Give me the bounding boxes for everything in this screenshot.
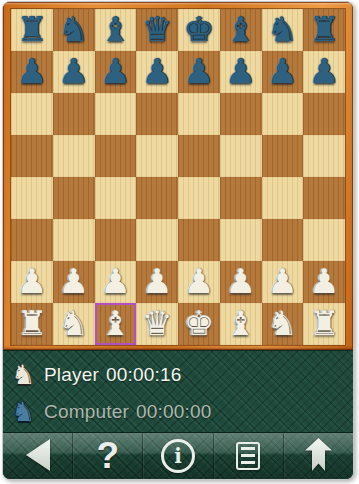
square-d1[interactable]: ♛ [136,303,178,345]
square-h2[interactable]: ♟ [303,261,345,303]
square-a2[interactable]: ♟ [11,261,53,303]
computer-time: 00:00:00 [136,401,212,423]
black-knight: ♞ [53,9,95,50]
square-a3[interactable] [11,219,53,261]
up-arrow-icon [305,438,332,474]
square-c4[interactable] [95,177,137,219]
share-button[interactable] [284,433,353,479]
computer-clock-row: ♞ Computer 00:00:00 [3,393,353,430]
square-a8[interactable]: ♜ [11,9,53,51]
computer-label: Computer [44,401,129,423]
square-f7[interactable]: ♟ [220,51,262,93]
help-button[interactable]: ? [73,433,143,479]
square-c3[interactable] [95,219,137,261]
black-rook: ♜ [303,9,345,50]
square-h3[interactable] [303,219,345,261]
black-pawn: ♟ [303,51,345,92]
black-pawn: ♟ [178,51,220,92]
white-bishop: ♝ [95,303,137,344]
square-b3[interactable] [53,219,95,261]
black-pawn: ♟ [262,51,304,92]
square-g4[interactable] [262,177,304,219]
white-pawn: ♟ [53,261,95,302]
status-panel: ♞ Player 00:00:16 ♞ Computer 00:00:00 [3,350,353,432]
square-b8[interactable]: ♞ [53,9,95,51]
square-a6[interactable] [11,93,53,135]
square-f6[interactable] [220,93,262,135]
square-b6[interactable] [53,93,95,135]
square-h7[interactable]: ♟ [303,51,345,93]
square-d8[interactable]: ♛ [136,9,178,51]
square-h6[interactable] [303,93,345,135]
white-knight-icon: ♞ [8,360,38,390]
square-b7[interactable]: ♟ [53,51,95,93]
square-e1[interactable]: ♚ [178,303,220,345]
square-h1[interactable]: ♜ [303,303,345,345]
square-g6[interactable] [262,93,304,135]
white-pawn: ♟ [136,261,178,302]
square-d4[interactable] [136,177,178,219]
square-h8[interactable]: ♜ [303,9,345,51]
white-rook: ♜ [11,303,53,344]
square-b4[interactable] [53,177,95,219]
player-time: 00:00:16 [106,364,182,386]
player-clock-row: ♞ Player 00:00:16 [3,356,353,393]
info-button[interactable]: i [143,433,213,479]
white-pawn: ♟ [220,261,262,302]
blue-knight-icon: ♞ [8,397,38,427]
square-d2[interactable]: ♟ [136,261,178,303]
back-button[interactable] [3,433,73,479]
white-pawn: ♟ [178,261,220,302]
black-queen: ♛ [136,9,178,50]
black-bishop: ♝ [95,9,137,50]
move-list-icon [236,442,260,470]
black-pawn: ♟ [136,51,178,92]
player-label: Player [44,364,99,386]
square-c7[interactable]: ♟ [95,51,137,93]
square-g5[interactable] [262,135,304,177]
white-knight: ♞ [262,303,304,344]
square-f1[interactable]: ♝ [220,303,262,345]
square-c8[interactable]: ♝ [95,9,137,51]
square-b1[interactable]: ♞ [53,303,95,345]
question-mark-icon: ? [97,436,120,476]
app-window: ♜♞♝♛♚♝♞♜♟♟♟♟♟♟♟♟♟♟♟♟♟♟♟♟♜♞♝♛♚♝♞♜ ♞ Playe… [2,1,354,480]
square-f8[interactable]: ♝ [220,9,262,51]
square-a5[interactable] [11,135,53,177]
square-g3[interactable] [262,219,304,261]
square-e7[interactable]: ♟ [178,51,220,93]
square-h5[interactable] [303,135,345,177]
square-d5[interactable] [136,135,178,177]
black-pawn: ♟ [11,51,53,92]
square-d6[interactable] [136,93,178,135]
square-g1[interactable]: ♞ [262,303,304,345]
white-king: ♚ [178,303,220,344]
square-f5[interactable] [220,135,262,177]
square-e4[interactable] [178,177,220,219]
square-f4[interactable] [220,177,262,219]
white-bishop: ♝ [220,303,262,344]
info-icon: i [161,439,195,473]
black-pawn: ♟ [220,51,262,92]
square-g8[interactable]: ♞ [262,9,304,51]
square-e6[interactable] [178,93,220,135]
black-pawn: ♟ [53,51,95,92]
square-e8[interactable]: ♚ [178,9,220,51]
square-g2[interactable]: ♟ [262,261,304,303]
square-c5[interactable] [95,135,137,177]
square-f3[interactable] [220,219,262,261]
square-d3[interactable] [136,219,178,261]
square-d7[interactable]: ♟ [136,51,178,93]
square-c1[interactable]: ♝ [95,303,137,345]
white-knight: ♞ [53,303,95,344]
square-f2[interactable]: ♟ [220,261,262,303]
white-pawn: ♟ [11,261,53,302]
white-rook: ♜ [303,303,345,344]
back-arrow-icon [26,439,50,474]
white-pawn: ♟ [95,261,137,302]
white-pawn: ♟ [262,261,304,302]
square-g7[interactable]: ♟ [262,51,304,93]
square-e5[interactable] [178,135,220,177]
square-e2[interactable]: ♟ [178,261,220,303]
square-c2[interactable]: ♟ [95,261,137,303]
square-b2[interactable]: ♟ [53,261,95,303]
black-bishop: ♝ [220,9,262,50]
white-pawn: ♟ [303,261,345,302]
black-pawn: ♟ [95,51,137,92]
square-a1[interactable]: ♜ [11,303,53,345]
square-e3[interactable] [178,219,220,261]
square-h4[interactable] [303,177,345,219]
move-list-button[interactable] [214,433,284,479]
toolbar: ? i [3,432,353,479]
white-queen: ♛ [136,303,178,344]
square-b5[interactable] [53,135,95,177]
black-knight: ♞ [262,9,304,50]
square-a4[interactable] [11,177,53,219]
black-king: ♚ [178,9,220,50]
chess-board-frame: ♜♞♝♛♚♝♞♜♟♟♟♟♟♟♟♟♟♟♟♟♟♟♟♟♜♞♝♛♚♝♞♜ [3,2,353,350]
square-c6[interactable] [95,93,137,135]
square-a7[interactable]: ♟ [11,51,53,93]
black-rook: ♜ [11,9,53,50]
chess-board: ♜♞♝♛♚♝♞♜♟♟♟♟♟♟♟♟♟♟♟♟♟♟♟♟♜♞♝♛♚♝♞♜ [11,9,345,345]
